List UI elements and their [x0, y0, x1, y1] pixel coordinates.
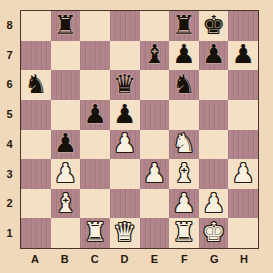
square-e6[interactable]	[140, 70, 170, 100]
square-g4[interactable]	[199, 130, 229, 160]
square-h2[interactable]	[228, 189, 258, 219]
piece-white-king-g1[interactable]: ♚	[202, 219, 225, 245]
piece-black-rook-b8[interactable]: ♜	[54, 12, 77, 38]
square-c1[interactable]: ♜	[80, 218, 110, 248]
rank-label-3: 3	[0, 159, 19, 189]
file-label-e: E	[140, 250, 170, 267]
chess-diagram: 87654321 ♜♜♚♝♟♟♟♞♛♞♟♟♟♟♞♟♟♝♟♝♟♟♜♛♜♚ ABCD…	[0, 0, 273, 273]
square-f2[interactable]: ♟	[169, 189, 199, 219]
rank-label-5: 5	[0, 99, 19, 129]
square-d2[interactable]	[110, 189, 140, 219]
piece-white-rook-c1[interactable]: ♜	[83, 219, 106, 245]
piece-white-pawn-f2[interactable]: ♟	[172, 190, 195, 216]
square-g6[interactable]	[199, 70, 229, 100]
square-g5[interactable]	[199, 100, 229, 130]
file-label-a: A	[20, 250, 50, 267]
square-g2[interactable]: ♟	[199, 189, 229, 219]
rank-label-8: 8	[0, 10, 19, 40]
square-h3[interactable]: ♟	[228, 159, 258, 189]
square-b8[interactable]: ♜	[51, 11, 81, 41]
square-b1[interactable]	[51, 218, 81, 248]
chess-board: ♜♜♚♝♟♟♟♞♛♞♟♟♟♟♞♟♟♝♟♝♟♟♜♛♜♚	[20, 10, 259, 249]
piece-white-bishop-f3[interactable]: ♝	[172, 160, 195, 186]
square-c5[interactable]: ♟	[80, 100, 110, 130]
square-c2[interactable]	[80, 189, 110, 219]
square-c3[interactable]	[80, 159, 110, 189]
square-e2[interactable]	[140, 189, 170, 219]
piece-black-pawn-g7[interactable]: ♟	[202, 41, 225, 67]
square-g3[interactable]	[199, 159, 229, 189]
square-f3[interactable]: ♝	[169, 159, 199, 189]
square-c6[interactable]	[80, 70, 110, 100]
piece-black-bishop-e7[interactable]: ♝	[143, 41, 166, 67]
square-e5[interactable]	[140, 100, 170, 130]
square-g8[interactable]: ♚	[199, 11, 229, 41]
square-e3[interactable]: ♟	[140, 159, 170, 189]
square-h6[interactable]	[228, 70, 258, 100]
square-g1[interactable]: ♚	[199, 218, 229, 248]
square-g7[interactable]: ♟	[199, 41, 229, 71]
square-a8[interactable]	[21, 11, 51, 41]
square-a6[interactable]: ♞	[21, 70, 51, 100]
piece-black-pawn-f7[interactable]: ♟	[172, 41, 195, 67]
piece-black-king-g8[interactable]: ♚	[202, 12, 225, 38]
square-c7[interactable]	[80, 41, 110, 71]
square-b3[interactable]: ♟	[51, 159, 81, 189]
square-d6[interactable]: ♛	[110, 70, 140, 100]
piece-black-queen-d6[interactable]: ♛	[113, 71, 136, 97]
piece-black-pawn-b4[interactable]: ♟	[54, 130, 77, 156]
square-a2[interactable]	[21, 189, 51, 219]
piece-white-bishop-b2[interactable]: ♝	[54, 190, 77, 216]
rank-label-6: 6	[0, 70, 19, 100]
square-f1[interactable]: ♜	[169, 218, 199, 248]
square-c8[interactable]	[80, 11, 110, 41]
square-b7[interactable]	[51, 41, 81, 71]
file-label-f: F	[169, 250, 199, 267]
square-f8[interactable]: ♜	[169, 11, 199, 41]
piece-white-pawn-g2[interactable]: ♟	[202, 190, 225, 216]
square-d8[interactable]	[110, 11, 140, 41]
square-d5[interactable]: ♟	[110, 100, 140, 130]
file-labels: ABCDEFGH	[20, 250, 259, 267]
square-d3[interactable]	[110, 159, 140, 189]
piece-black-knight-a6[interactable]: ♞	[24, 71, 47, 97]
square-c4[interactable]	[80, 130, 110, 160]
square-a5[interactable]	[21, 100, 51, 130]
square-f5[interactable]	[169, 100, 199, 130]
square-f6[interactable]: ♞	[169, 70, 199, 100]
square-f7[interactable]: ♟	[169, 41, 199, 71]
piece-white-rook-f1[interactable]: ♜	[172, 219, 195, 245]
square-d4[interactable]: ♟	[110, 130, 140, 160]
square-b4[interactable]: ♟	[51, 130, 81, 160]
square-a4[interactable]	[21, 130, 51, 160]
file-label-g: G	[199, 250, 229, 267]
piece-black-pawn-d5[interactable]: ♟	[113, 101, 136, 127]
square-a7[interactable]	[21, 41, 51, 71]
rank-labels: 87654321	[0, 10, 19, 248]
piece-black-pawn-c5[interactable]: ♟	[83, 101, 106, 127]
square-d7[interactable]	[110, 41, 140, 71]
square-e4[interactable]	[140, 130, 170, 160]
square-f4[interactable]: ♞	[169, 130, 199, 160]
square-h1[interactable]	[228, 218, 258, 248]
rank-label-2: 2	[0, 189, 19, 219]
square-h8[interactable]	[228, 11, 258, 41]
square-e8[interactable]	[140, 11, 170, 41]
piece-black-rook-f8[interactable]: ♜	[172, 12, 195, 38]
piece-white-pawn-d4[interactable]: ♟	[113, 130, 136, 156]
file-label-h: H	[229, 250, 259, 267]
square-b5[interactable]	[51, 100, 81, 130]
file-label-b: B	[50, 250, 80, 267]
file-label-d: D	[110, 250, 140, 267]
piece-white-queen-d1[interactable]: ♛	[113, 219, 136, 245]
square-h4[interactable]	[228, 130, 258, 160]
square-b6[interactable]	[51, 70, 81, 100]
square-h5[interactable]	[228, 100, 258, 130]
rank-label-1: 1	[0, 218, 19, 248]
piece-black-knight-f6[interactable]: ♞	[172, 71, 195, 97]
rank-label-7: 7	[0, 40, 19, 70]
piece-white-pawn-e3[interactable]: ♟	[143, 160, 166, 186]
rank-label-4: 4	[0, 129, 19, 159]
square-e7[interactable]: ♝	[140, 41, 170, 71]
square-a3[interactable]	[21, 159, 51, 189]
square-b2[interactable]: ♝	[51, 189, 81, 219]
square-d1[interactable]: ♛	[110, 218, 140, 248]
piece-white-knight-f4[interactable]: ♞	[172, 130, 195, 156]
square-e1[interactable]	[140, 218, 170, 248]
square-h7[interactable]: ♟	[228, 41, 258, 71]
piece-white-pawn-h3[interactable]: ♟	[232, 160, 255, 186]
piece-black-pawn-h7[interactable]: ♟	[232, 41, 255, 67]
file-label-c: C	[80, 250, 110, 267]
square-a1[interactable]	[21, 218, 51, 248]
piece-white-pawn-b3[interactable]: ♟	[54, 160, 77, 186]
